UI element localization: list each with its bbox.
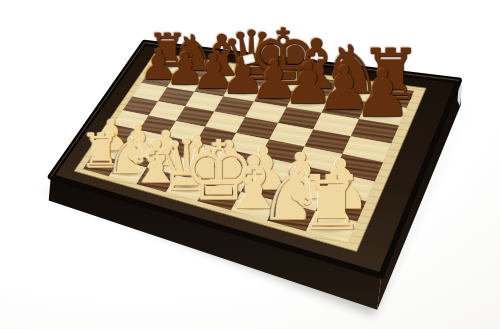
chess-set-photo: ♜♞♝♛♚♝♞♜♟♟♟♟♟♟♟♟♟♟♟♟♟♟♟♟♜♞♝♛♚♝♞♜ [0, 0, 500, 329]
chess-board [0, 0, 500, 329]
